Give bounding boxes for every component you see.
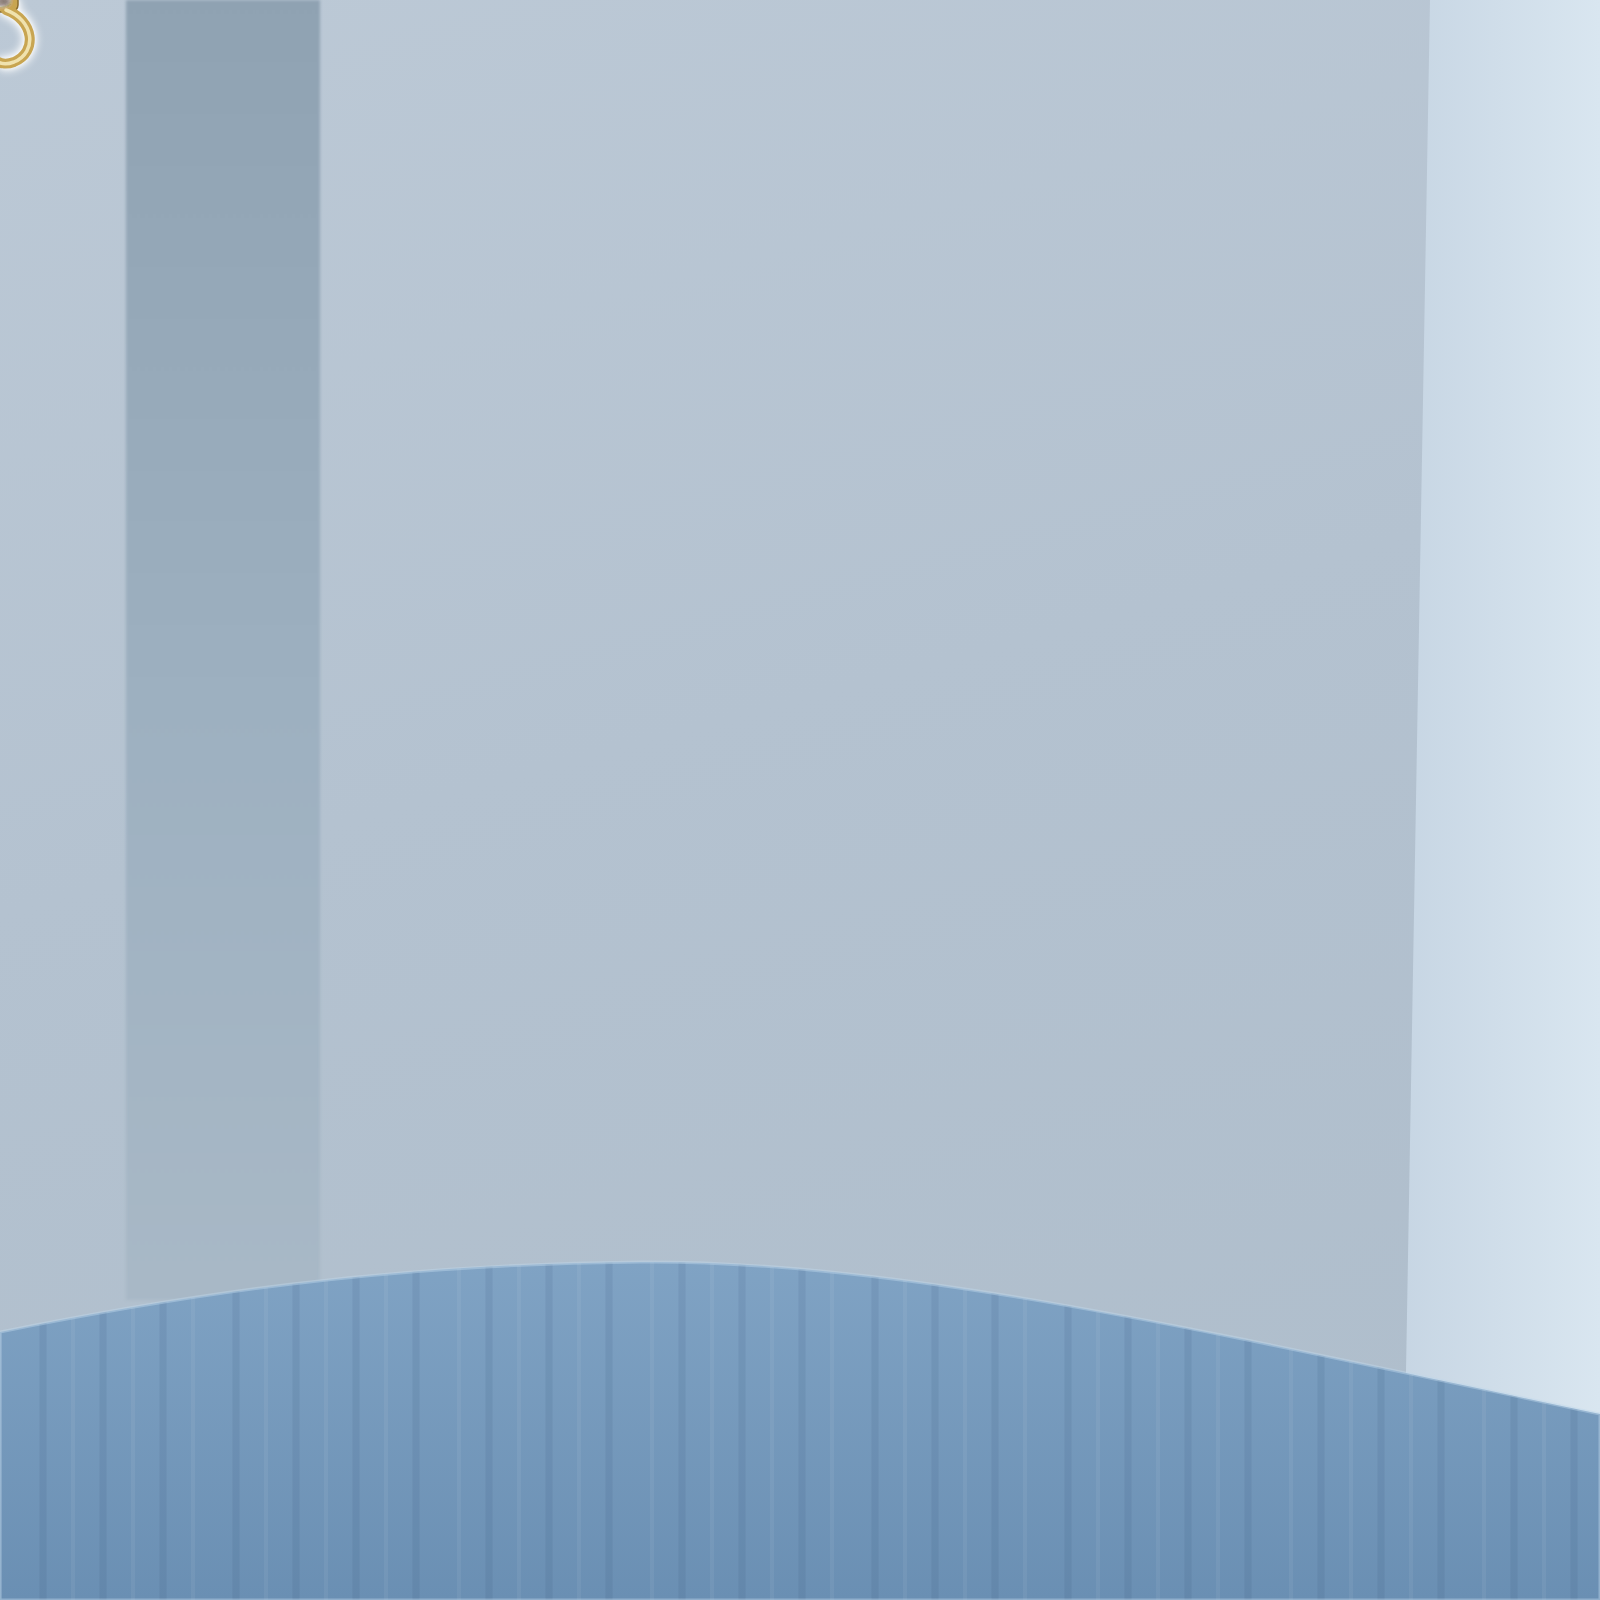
scene: 1122334455667788HHGGFFEEDDCCBBAA ♜♞♝♛♚♝♞…	[0, 0, 1600, 1600]
chess-board: 1122334455667788HHGGFFEEDDCCBBAA	[0, 0, 1600, 1600]
brass-clasp	[0, 0, 30, 64]
